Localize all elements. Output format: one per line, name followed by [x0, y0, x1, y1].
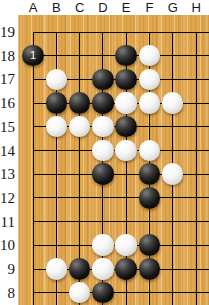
row-label-16: 16: [0, 95, 15, 111]
row-label-9: 9: [0, 261, 15, 277]
intersection-H13[interactable]: [184, 162, 207, 186]
intersection-E19[interactable]: [115, 20, 138, 44]
black-stone-A18: 1: [22, 45, 43, 66]
go-board-diagram: 1 ABCDEFGH 1918171615141312111098: [0, 0, 209, 305]
intersection-C9[interactable]: [68, 257, 91, 281]
column-label-F: F: [140, 0, 160, 15]
intersection-D9[interactable]: [91, 257, 114, 281]
white-stone-F17: [139, 69, 160, 90]
intersection-C18[interactable]: [68, 44, 91, 68]
intersection-A16[interactable]: [21, 91, 44, 115]
intersection-H10[interactable]: [184, 233, 207, 257]
white-stone-G13: [162, 163, 183, 184]
intersection-E18[interactable]: [115, 44, 138, 68]
black-stone-B16: [46, 92, 67, 113]
intersection-A8[interactable]: [21, 281, 44, 305]
intersection-B8[interactable]: [45, 281, 68, 305]
intersection-F9[interactable]: [138, 257, 161, 281]
intersection-E8[interactable]: [115, 281, 138, 305]
black-stone-E15: [115, 116, 136, 137]
intersection-F8[interactable]: [138, 281, 161, 305]
intersection-E16[interactable]: [115, 91, 138, 115]
intersection-A11[interactable]: [21, 210, 44, 234]
intersection-H17[interactable]: [184, 68, 207, 92]
intersection-F19[interactable]: [138, 20, 161, 44]
black-stone-E9: [115, 258, 136, 279]
intersection-A15[interactable]: [21, 115, 44, 139]
column-label-C: C: [70, 0, 90, 15]
intersection-G8[interactable]: [161, 281, 184, 305]
intersection-H16[interactable]: [184, 91, 207, 115]
intersection-A13[interactable]: [21, 162, 44, 186]
intersection-C17[interactable]: [68, 68, 91, 92]
column-label-B: B: [46, 0, 66, 15]
white-stone-C15: [69, 116, 90, 137]
column-label-A: A: [23, 0, 43, 15]
intersection-E17[interactable]: [115, 68, 138, 92]
black-stone-E17: [115, 69, 136, 90]
intersection-E15[interactable]: [115, 115, 138, 139]
intersection-B10[interactable]: [45, 233, 68, 257]
intersection-G16[interactable]: [161, 91, 184, 115]
intersection-D11[interactable]: [91, 210, 114, 234]
intersection-B9[interactable]: [45, 257, 68, 281]
intersection-C16[interactable]: [68, 91, 91, 115]
intersection-G10[interactable]: [161, 233, 184, 257]
black-stone-D13: [92, 163, 113, 184]
intersection-A19[interactable]: [21, 20, 44, 44]
white-stone-D15: [92, 116, 113, 137]
intersection-C19[interactable]: [68, 20, 91, 44]
intersection-D15[interactable]: [91, 115, 114, 139]
row-label-11: 11: [0, 214, 15, 230]
intersection-G13[interactable]: [161, 162, 184, 186]
column-label-H: H: [186, 0, 206, 15]
intersection-B11[interactable]: [45, 210, 68, 234]
intersection-E13[interactable]: [115, 162, 138, 186]
intersection-B15[interactable]: [45, 115, 68, 139]
row-label-19: 19: [0, 24, 15, 40]
black-stone-D16: [92, 92, 113, 113]
intersection-G9[interactable]: [161, 257, 184, 281]
intersection-G11[interactable]: [161, 210, 184, 234]
intersection-D10[interactable]: [91, 233, 114, 257]
intersection-G12[interactable]: [161, 186, 184, 210]
row-label-17: 17: [0, 71, 15, 87]
intersection-H11[interactable]: [184, 210, 207, 234]
intersection-H9[interactable]: [184, 257, 207, 281]
intersection-F16[interactable]: [138, 91, 161, 115]
intersection-C10[interactable]: [68, 233, 91, 257]
row-label-15: 15: [0, 119, 15, 135]
intersection-F18[interactable]: [138, 44, 161, 68]
move-number-label: 1: [30, 50, 36, 61]
intersection-G15[interactable]: [161, 115, 184, 139]
white-stone-D14: [92, 140, 113, 161]
intersection-G18[interactable]: [161, 44, 184, 68]
goban-grid: 1: [21, 20, 207, 304]
intersection-A12[interactable]: [21, 186, 44, 210]
white-stone-C8: [69, 282, 90, 303]
white-stone-E10: [115, 234, 136, 255]
intersection-F12[interactable]: [138, 186, 161, 210]
intersection-H18[interactable]: [184, 44, 207, 68]
white-stone-E14: [115, 140, 136, 161]
row-label-13: 13: [0, 166, 15, 182]
intersection-D18[interactable]: [91, 44, 114, 68]
intersection-F14[interactable]: [138, 139, 161, 163]
intersection-G14[interactable]: [161, 139, 184, 163]
row-label-12: 12: [0, 190, 15, 206]
intersection-D13[interactable]: [91, 162, 114, 186]
intersection-F17[interactable]: [138, 68, 161, 92]
white-stone-G16: [162, 92, 183, 113]
intersection-A18[interactable]: 1: [21, 44, 44, 68]
white-stone-F14: [139, 140, 160, 161]
column-label-G: G: [163, 0, 183, 15]
intersection-F10[interactable]: [138, 233, 161, 257]
intersection-B12[interactable]: [45, 186, 68, 210]
black-stone-F9: [139, 258, 160, 279]
white-stone-D10: [92, 234, 113, 255]
intersection-B19[interactable]: [45, 20, 68, 44]
intersection-E12[interactable]: [115, 186, 138, 210]
intersection-D16[interactable]: [91, 91, 114, 115]
white-stone-B9: [46, 258, 67, 279]
intersection-C8[interactable]: [68, 281, 91, 305]
black-stone-E18: [115, 45, 136, 66]
intersection-H8[interactable]: [184, 281, 207, 305]
intersection-H15[interactable]: [184, 115, 207, 139]
intersection-D8[interactable]: [91, 281, 114, 305]
white-stone-B17: [46, 69, 67, 90]
row-label-18: 18: [0, 48, 15, 64]
intersection-F15[interactable]: [138, 115, 161, 139]
intersection-A17[interactable]: [21, 68, 44, 92]
row-label-14: 14: [0, 143, 15, 159]
column-label-E: E: [116, 0, 136, 15]
intersection-F13[interactable]: [138, 162, 161, 186]
intersection-A10[interactable]: [21, 233, 44, 257]
intersection-E10[interactable]: [115, 233, 138, 257]
intersection-D12[interactable]: [91, 186, 114, 210]
intersection-H14[interactable]: [184, 139, 207, 163]
intersection-H19[interactable]: [184, 20, 207, 44]
black-stone-C16: [69, 92, 90, 113]
intersection-D19[interactable]: [91, 20, 114, 44]
intersection-B13[interactable]: [45, 162, 68, 186]
intersection-A14[interactable]: [21, 139, 44, 163]
intersection-E11[interactable]: [115, 210, 138, 234]
intersection-C13[interactable]: [68, 162, 91, 186]
intersection-B17[interactable]: [45, 68, 68, 92]
black-stone-F12: [139, 187, 160, 208]
black-stone-C9: [69, 258, 90, 279]
row-label-8: 8: [0, 285, 15, 301]
intersection-B14[interactable]: [45, 139, 68, 163]
intersection-C14[interactable]: [68, 139, 91, 163]
black-stone-F10: [139, 234, 160, 255]
intersection-C11[interactable]: [68, 210, 91, 234]
black-stone-D17: [92, 69, 113, 90]
intersection-C15[interactable]: [68, 115, 91, 139]
intersection-F11[interactable]: [138, 210, 161, 234]
intersection-B16[interactable]: [45, 91, 68, 115]
intersection-D14[interactable]: [91, 139, 114, 163]
white-stone-B15: [46, 116, 67, 137]
intersection-D17[interactable]: [91, 68, 114, 92]
intersection-A9[interactable]: [21, 257, 44, 281]
intersection-G17[interactable]: [161, 68, 184, 92]
intersection-C12[interactable]: [68, 186, 91, 210]
intersection-G19[interactable]: [161, 20, 184, 44]
black-stone-F13: [139, 163, 160, 184]
intersection-H12[interactable]: [184, 186, 207, 210]
row-label-10: 10: [0, 237, 15, 253]
column-label-D: D: [93, 0, 113, 15]
intersection-E14[interactable]: [115, 139, 138, 163]
intersection-E9[interactable]: [115, 257, 138, 281]
white-stone-D9: [92, 258, 113, 279]
intersection-B18[interactable]: [45, 44, 68, 68]
white-stone-E16: [115, 92, 136, 113]
white-stone-F18: [139, 45, 160, 66]
black-stone-D8: [92, 282, 113, 303]
white-stone-F16: [139, 92, 160, 113]
